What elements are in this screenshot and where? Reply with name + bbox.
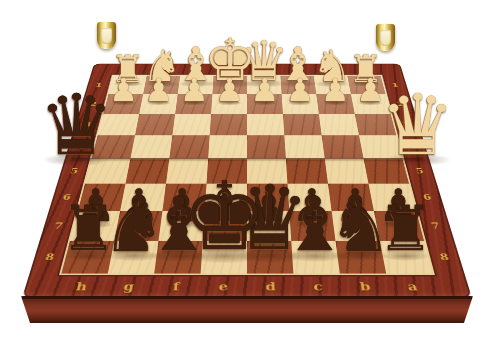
square-c5	[286, 158, 328, 183]
square-f8	[154, 241, 203, 274]
rank-label-left-1: 1	[95, 82, 103, 88]
square-a8	[380, 241, 433, 274]
square-e5	[207, 158, 247, 183]
square-g4	[130, 135, 172, 158]
square-c3	[283, 114, 322, 135]
square-h2	[103, 94, 143, 114]
square-h3	[98, 114, 140, 135]
chess-set-photo: hgfedcba 12345678 12345678 ♜♞♝♛♚♝♞♜♟♟♟♟♟…	[0, 0, 500, 352]
square-c7	[289, 211, 335, 241]
rank-label-right-2: 2	[396, 101, 404, 107]
square-b5	[325, 158, 369, 183]
square-c6	[287, 184, 331, 211]
brass-clasp-right	[376, 24, 395, 51]
square-d5	[247, 158, 287, 183]
rank-label-left-6: 6	[62, 193, 72, 202]
square-e1	[212, 76, 247, 94]
rank-label-left-2: 2	[89, 101, 97, 107]
square-f7	[159, 211, 205, 241]
square-a5	[364, 158, 409, 183]
square-f4	[169, 135, 209, 158]
square-c4	[284, 135, 324, 158]
square-a7	[374, 211, 424, 241]
square-h7	[70, 211, 120, 241]
file-label-h: h	[56, 280, 106, 293]
square-e3	[210, 114, 247, 135]
file-label-d: d	[247, 280, 295, 293]
file-label-c: c	[294, 280, 343, 293]
file-label-b: b	[341, 280, 390, 293]
rank-label-right-7: 7	[430, 221, 441, 230]
square-f3	[172, 114, 211, 135]
file-label-e: e	[199, 280, 247, 293]
square-d6	[247, 184, 289, 211]
board-squares	[61, 76, 432, 274]
square-d7	[247, 211, 291, 241]
square-h8	[61, 241, 114, 274]
square-b3	[319, 114, 359, 135]
square-f5	[166, 158, 208, 183]
square-a4	[359, 135, 402, 158]
square-g8	[108, 241, 159, 274]
rank-label-left-7: 7	[53, 221, 64, 230]
square-b8	[335, 241, 386, 274]
square-g3	[135, 114, 175, 135]
square-a2	[351, 94, 391, 114]
square-e2	[211, 94, 247, 114]
square-a3	[355, 114, 397, 135]
square-a6	[368, 184, 416, 211]
rank-label-right-6: 6	[422, 193, 432, 202]
square-d8	[247, 241, 293, 274]
square-f2	[175, 94, 212, 114]
brass-clasp-left	[97, 22, 116, 49]
square-d3	[247, 114, 284, 135]
rank-label-right-5: 5	[415, 167, 425, 175]
square-d2	[247, 94, 283, 114]
square-b1	[314, 76, 351, 94]
rank-label-left-3: 3	[83, 121, 92, 128]
square-b6	[328, 184, 374, 211]
file-coordinates: hgfedcba	[56, 280, 438, 293]
square-g5	[126, 158, 170, 183]
rank-label-left-4: 4	[77, 143, 86, 150]
square-b4	[322, 135, 364, 158]
square-e4	[208, 135, 247, 158]
square-d1	[247, 76, 282, 94]
square-e7	[203, 211, 247, 241]
board-fold-seam	[71, 158, 423, 160]
square-c1	[280, 76, 316, 94]
square-g7	[114, 211, 162, 241]
square-f1	[178, 76, 214, 94]
rank-label-right-3: 3	[402, 121, 411, 128]
square-g6	[120, 184, 166, 211]
rank-label-right-8: 8	[439, 252, 450, 262]
chess-board: hgfedcba 12345678 12345678	[22, 64, 472, 298]
square-b7	[332, 211, 380, 241]
file-label-g: g	[104, 280, 153, 293]
square-g1	[143, 76, 180, 94]
square-a1	[347, 76, 385, 94]
square-c8	[291, 241, 340, 274]
square-h6	[78, 184, 126, 211]
file-label-a: a	[387, 280, 437, 293]
box-front-panel	[21, 296, 473, 323]
rank-label-right-1: 1	[391, 82, 399, 88]
square-c2	[282, 94, 319, 114]
square-h4	[92, 135, 135, 158]
square-f6	[162, 184, 206, 211]
square-h1	[109, 76, 147, 94]
square-d4	[247, 135, 286, 158]
square-e8	[201, 241, 247, 274]
square-h5	[85, 158, 130, 183]
rank-label-right-4: 4	[408, 143, 417, 150]
file-label-f: f	[152, 280, 201, 293]
rank-label-left-8: 8	[44, 252, 55, 262]
square-e6	[205, 184, 247, 211]
square-g2	[139, 94, 178, 114]
rank-label-left-5: 5	[69, 167, 79, 175]
square-b2	[316, 94, 355, 114]
